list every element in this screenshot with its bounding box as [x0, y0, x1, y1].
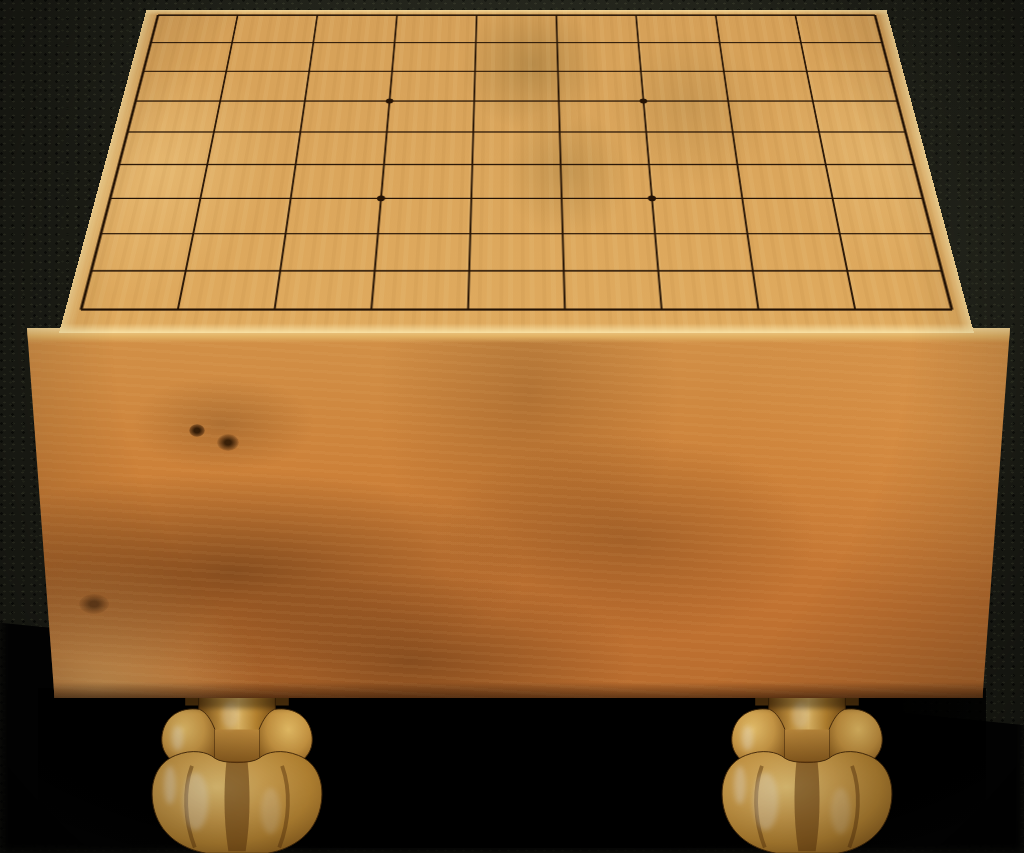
shogi-grid-svg — [59, 10, 974, 333]
star-point — [639, 98, 647, 103]
board-left-leg — [141, 694, 333, 853]
wood-knot — [189, 424, 205, 437]
wood-knot — [79, 594, 109, 614]
star-point — [385, 98, 393, 103]
grid-line — [178, 15, 238, 309]
grid-line — [716, 15, 759, 309]
grid-line — [468, 15, 477, 309]
grid-line — [556, 15, 565, 309]
scene — [0, 0, 1024, 853]
star-point — [377, 195, 386, 201]
wood-knot — [217, 434, 239, 451]
grid-line — [275, 15, 318, 309]
grid-line — [795, 15, 855, 309]
grid-line — [636, 15, 662, 309]
star-point — [648, 195, 657, 201]
board-right-leg — [711, 694, 903, 853]
board-front-face — [27, 328, 1010, 698]
board-top-face — [59, 10, 974, 333]
grid-line — [371, 15, 397, 309]
